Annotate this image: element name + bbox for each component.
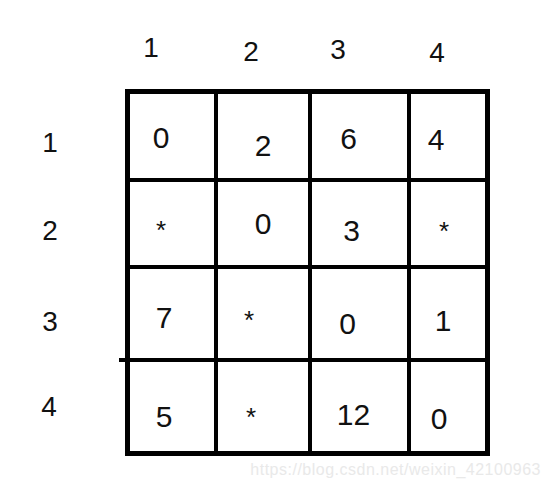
grid-cell-r1-c1: 0 <box>130 94 218 182</box>
row-label-3: 3 <box>42 308 58 336</box>
cell-value: 0 <box>339 309 356 339</box>
cell-value: 6 <box>340 124 357 154</box>
cell-value: 2 <box>255 131 272 161</box>
col-label-3: 3 <box>330 36 346 64</box>
grid-cell-r4-c1: 5 <box>130 362 218 451</box>
grid-cell-r2-c3: 3 <box>312 182 411 269</box>
col-label-2: 2 <box>243 38 259 66</box>
grid-cell-r1-c4: 4 <box>411 94 485 182</box>
grid-cell-r3-c2: * <box>218 269 312 362</box>
row-label-1: 1 <box>42 129 58 157</box>
cell-value: 0 <box>255 209 272 239</box>
grid-cell-r4-c4: 0 <box>411 362 485 451</box>
cell-value-asterisk: * <box>246 404 256 430</box>
grid-cell-r4-c2: * <box>218 362 312 451</box>
grid-cell-r3-c1: 7 <box>130 269 218 362</box>
grid-cell-r2-c1: * <box>130 182 218 269</box>
col-label-1: 1 <box>143 34 159 62</box>
grid-cell-r3-c4: 1 <box>411 269 485 362</box>
cell-value: 1 <box>435 306 452 336</box>
matrix-grid: 0 2 6 4 * 0 3 * 7 * 0 1 5 * 12 0 <box>125 89 490 456</box>
cell-value-asterisk: * <box>439 218 449 244</box>
cell-value-asterisk: * <box>156 217 166 243</box>
row-label-2: 2 <box>42 217 58 245</box>
watermark-text: https://blog.csdn.net/weixin_42100963 <box>250 461 541 479</box>
cell-value: 12 <box>337 400 370 430</box>
line-overshoot-artifact <box>119 358 127 362</box>
grid-cell-r2-c4: * <box>411 182 485 269</box>
cell-value: 5 <box>156 402 173 432</box>
cell-value: 0 <box>431 404 448 434</box>
grid-cell-r3-c3: 0 <box>312 269 411 362</box>
cell-value: 7 <box>156 303 173 333</box>
cell-value: 0 <box>153 123 170 153</box>
col-label-4: 4 <box>429 39 445 67</box>
grid-cell-r1-c2: 2 <box>218 94 312 182</box>
row-label-4: 4 <box>41 393 57 421</box>
cell-value: 4 <box>428 125 445 155</box>
cell-value: 3 <box>343 216 360 246</box>
grid-cell-r2-c2: 0 <box>218 182 312 269</box>
grid-cell-r4-c3: 12 <box>312 362 411 451</box>
grid-cell-r1-c3: 6 <box>312 94 411 182</box>
matrix-diagram: 1 2 3 4 1 2 3 4 0 2 6 4 * 0 3 * 7 * 0 1 … <box>0 0 556 487</box>
cell-value-asterisk: * <box>244 307 254 333</box>
